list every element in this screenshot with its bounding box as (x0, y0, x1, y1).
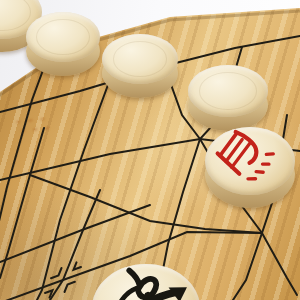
piece-face (188, 65, 268, 117)
piece-face (102, 34, 178, 84)
piece-face (26, 12, 100, 62)
xiangqi-photo-scene (0, 0, 300, 300)
